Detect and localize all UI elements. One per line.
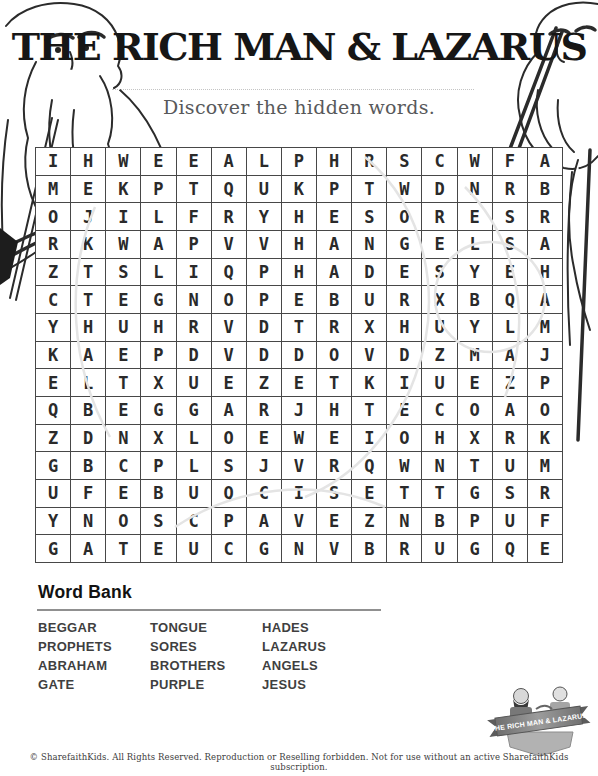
- grid-cell[interactable]: E: [106, 342, 141, 370]
- word-bank-word: LAZARUS: [262, 637, 374, 656]
- grid-cell[interactable]: U: [493, 452, 528, 480]
- word-bank-word: BEGGAR: [38, 618, 150, 637]
- grid-cell[interactable]: J: [528, 342, 563, 370]
- grid-cell[interactable]: K: [282, 176, 317, 204]
- grid-cell[interactable]: D: [71, 425, 106, 453]
- grid-cell[interactable]: H: [141, 314, 176, 342]
- grid-cell[interactable]: F: [177, 203, 212, 231]
- grid-cell[interactable]: S: [212, 452, 247, 480]
- grid-cell[interactable]: V: [212, 342, 247, 370]
- grid-cell[interactable]: P: [317, 176, 352, 204]
- grid-cell[interactable]: U: [422, 369, 457, 397]
- grid-cell[interactable]: F: [493, 148, 528, 176]
- grid-cell[interactable]: O: [212, 425, 247, 453]
- grid-cell[interactable]: S: [106, 259, 141, 287]
- grid-cell[interactable]: X: [352, 314, 387, 342]
- grid-cell[interactable]: X: [458, 425, 493, 453]
- grid-cell[interactable]: B: [71, 397, 106, 425]
- grid-cell[interactable]: W: [387, 176, 422, 204]
- grid-cell[interactable]: C: [247, 480, 282, 508]
- grid-cell[interactable]: T: [71, 259, 106, 287]
- grid-cell[interactable]: I: [352, 425, 387, 453]
- grid-cell[interactable]: C: [177, 508, 212, 536]
- grid-cell[interactable]: G: [458, 480, 493, 508]
- grid-cell[interactable]: O: [36, 203, 71, 231]
- grid-cell[interactable]: J: [282, 397, 317, 425]
- grid-cell[interactable]: G: [387, 231, 422, 259]
- grid-cell[interactable]: V: [212, 231, 247, 259]
- grid-cell[interactable]: R: [36, 231, 71, 259]
- word-bank-word: BROTHERS: [150, 656, 262, 675]
- grid-cell[interactable]: K: [36, 342, 71, 370]
- grid-cell[interactable]: O: [387, 425, 422, 453]
- grid-cell[interactable]: Y: [458, 259, 493, 287]
- grid-cell[interactable]: A: [493, 397, 528, 425]
- grid-cell[interactable]: A: [528, 231, 563, 259]
- grid-cell[interactable]: V: [282, 452, 317, 480]
- grid-cell[interactable]: E: [106, 480, 141, 508]
- grid-cell[interactable]: M: [458, 342, 493, 370]
- grid-cell[interactable]: V: [317, 535, 352, 563]
- grid-cell[interactable]: V: [212, 314, 247, 342]
- grid-cell[interactable]: Z: [493, 369, 528, 397]
- grid-cell[interactable]: E: [106, 397, 141, 425]
- grid-cell[interactable]: R: [493, 425, 528, 453]
- grid-cell[interactable]: Q: [493, 286, 528, 314]
- grid-cell[interactable]: O: [317, 342, 352, 370]
- grid-cell[interactable]: L: [177, 452, 212, 480]
- grid-cell[interactable]: A: [493, 342, 528, 370]
- grid-cell[interactable]: A: [528, 148, 563, 176]
- grid-cell[interactable]: R: [317, 452, 352, 480]
- word-bank-column: TONGUESORESBROTHERSPURPLE: [150, 618, 262, 694]
- grid-cell[interactable]: Q: [212, 480, 247, 508]
- grid-cell[interactable]: G: [141, 286, 176, 314]
- sharefaith-badge: THE RICH MAN & LAZARUS: [486, 683, 593, 758]
- page-title: THE RICH MAN & LAZARUS: [0, 24, 598, 69]
- word-bank-word: PURPLE: [150, 675, 262, 694]
- grid-cell[interactable]: E: [493, 259, 528, 287]
- grid-cell[interactable]: L: [458, 231, 493, 259]
- grid-cell[interactable]: A: [317, 231, 352, 259]
- grid-cell[interactable]: R: [493, 176, 528, 204]
- grid-cell[interactable]: H: [71, 314, 106, 342]
- grid-cell[interactable]: T: [282, 314, 317, 342]
- word-bank-word: SORES: [150, 637, 262, 656]
- grid-cell[interactable]: A: [141, 231, 176, 259]
- grid-cell[interactable]: P: [247, 286, 282, 314]
- grid-cell[interactable]: E: [387, 397, 422, 425]
- grid-cell[interactable]: A: [71, 342, 106, 370]
- grid-cell[interactable]: U: [177, 480, 212, 508]
- grid-cell[interactable]: G: [36, 535, 71, 563]
- grid-cell[interactable]: H: [317, 397, 352, 425]
- grid-cell[interactable]: R: [528, 480, 563, 508]
- grid-cell[interactable]: I: [36, 148, 71, 176]
- grid-cell[interactable]: I: [177, 259, 212, 287]
- grid-cell[interactable]: Z: [352, 508, 387, 536]
- grid-cell[interactable]: E: [71, 176, 106, 204]
- grid-cell[interactable]: A: [71, 535, 106, 563]
- grid-cell[interactable]: C: [422, 148, 457, 176]
- grid-cell[interactable]: Q: [212, 176, 247, 204]
- grid-cell[interactable]: O: [106, 508, 141, 536]
- grid-cell[interactable]: G: [458, 535, 493, 563]
- grid-cell[interactable]: T: [317, 369, 352, 397]
- word-bank-word: GATE: [38, 675, 150, 694]
- grid-cell[interactable]: H: [528, 259, 563, 287]
- grid-cell[interactable]: P: [141, 176, 176, 204]
- grid-cell[interactable]: W: [106, 148, 141, 176]
- grid-cell[interactable]: P: [528, 369, 563, 397]
- grid-cell[interactable]: W: [387, 452, 422, 480]
- grid-cell[interactable]: L: [177, 425, 212, 453]
- grid-cell[interactable]: E: [352, 480, 387, 508]
- grid-cell[interactable]: R: [387, 535, 422, 563]
- word-bank-divider: [37, 609, 381, 611]
- grid-cell[interactable]: O: [387, 203, 422, 231]
- grid-cell[interactable]: H: [282, 203, 317, 231]
- title-divider: [112, 89, 474, 90]
- grid-cell[interactable]: H: [422, 425, 457, 453]
- grid-cell[interactable]: N: [177, 286, 212, 314]
- grid-cell[interactable]: H: [387, 314, 422, 342]
- grid-cell[interactable]: F: [528, 508, 563, 536]
- grid-cell[interactable]: E: [282, 286, 317, 314]
- grid-cell[interactable]: Q: [493, 535, 528, 563]
- grid-cell[interactable]: C: [106, 452, 141, 480]
- grid-cell[interactable]: U: [177, 535, 212, 563]
- grid-cell[interactable]: U: [36, 480, 71, 508]
- grid-cell[interactable]: I: [106, 203, 141, 231]
- grid-cell[interactable]: P: [247, 259, 282, 287]
- grid-cell[interactable]: E: [422, 231, 457, 259]
- word-bank-heading: Word Bank: [38, 582, 132, 603]
- grid-cell[interactable]: U: [422, 535, 457, 563]
- word-bank-column: BEGGARPROPHETSABRAHAMGATE: [38, 618, 150, 694]
- grid-cell[interactable]: N: [106, 425, 141, 453]
- word-bank-word: PROPHETS: [38, 637, 150, 656]
- grid-cell[interactable]: F: [71, 480, 106, 508]
- grid-cell[interactable]: T: [458, 452, 493, 480]
- grid-cell[interactable]: S: [387, 148, 422, 176]
- grid-cell[interactable]: L: [247, 148, 282, 176]
- grid-cell[interactable]: K: [106, 176, 141, 204]
- grid-cell[interactable]: N: [352, 231, 387, 259]
- grid-cell[interactable]: T: [422, 480, 457, 508]
- grid-cell[interactable]: L: [71, 369, 106, 397]
- grid-cell[interactable]: R: [387, 286, 422, 314]
- grid-cell[interactable]: E: [317, 203, 352, 231]
- grid-cell[interactable]: E: [528, 535, 563, 563]
- grid-cell[interactable]: H: [282, 231, 317, 259]
- grid-cell[interactable]: N: [71, 508, 106, 536]
- grid-cell[interactable]: M: [36, 176, 71, 204]
- grid-cell[interactable]: T: [352, 176, 387, 204]
- grid-cell[interactable]: H: [71, 148, 106, 176]
- grid-cell[interactable]: A: [528, 286, 563, 314]
- grid-cell[interactable]: E: [212, 369, 247, 397]
- grid-cell[interactable]: T: [177, 176, 212, 204]
- grid-cell[interactable]: E: [141, 535, 176, 563]
- grid-cell[interactable]: E: [247, 425, 282, 453]
- grid-cell[interactable]: C: [36, 286, 71, 314]
- grid-cell[interactable]: X: [141, 369, 176, 397]
- grid-cell[interactable]: H: [317, 148, 352, 176]
- grid-cell[interactable]: D: [177, 342, 212, 370]
- grid-cell[interactable]: W: [106, 231, 141, 259]
- grid-cell[interactable]: X: [141, 425, 176, 453]
- grid-cell[interactable]: U: [422, 314, 457, 342]
- grid-cell[interactable]: L: [493, 314, 528, 342]
- grid-cell[interactable]: X: [422, 286, 457, 314]
- word-bank-column: HADESLAZARUSANGELSJESUS: [262, 618, 374, 694]
- grid-cell[interactable]: Z: [36, 425, 71, 453]
- word-bank-word: ABRAHAM: [38, 656, 150, 675]
- word-bank-word: JESUS: [262, 675, 374, 694]
- grid-cell[interactable]: R: [247, 397, 282, 425]
- word-bank: BEGGARPROPHETSABRAHAMGATETONGUESORESBROT…: [38, 618, 374, 694]
- grid-cell[interactable]: Y: [36, 508, 71, 536]
- grid-cell[interactable]: E: [317, 508, 352, 536]
- grid-cell[interactable]: B: [352, 535, 387, 563]
- grid-cell[interactable]: N: [458, 176, 493, 204]
- grid-cell[interactable]: K: [71, 231, 106, 259]
- grid-cell[interactable]: C: [212, 535, 247, 563]
- grid-cell[interactable]: Y: [36, 314, 71, 342]
- grid-cell[interactable]: R: [422, 203, 457, 231]
- grid-cell[interactable]: B: [458, 286, 493, 314]
- worksheet-page: THE RICH MAN & LAZARUS Discover the hidd…: [0, 0, 598, 776]
- grid-cell[interactable]: E: [106, 286, 141, 314]
- grid-cell[interactable]: S: [317, 480, 352, 508]
- grid-cell[interactable]: V: [352, 342, 387, 370]
- grid-cell[interactable]: E: [458, 369, 493, 397]
- grid-cell[interactable]: G: [141, 397, 176, 425]
- word-bank-word: HADES: [262, 618, 374, 637]
- grid-cell[interactable]: Q: [212, 259, 247, 287]
- grid-cell[interactable]: U: [106, 314, 141, 342]
- grid-cell[interactable]: B: [422, 508, 457, 536]
- grid-cell[interactable]: T: [71, 286, 106, 314]
- grid-cell[interactable]: L: [141, 203, 176, 231]
- word-grid: IHWEEALPHRSCWFAMEKPTQUKPTWDNRBOJILFRYHES…: [35, 147, 563, 563]
- grid-cell[interactable]: G: [247, 535, 282, 563]
- grid-cell[interactable]: P: [141, 452, 176, 480]
- grid-cell[interactable]: C: [422, 397, 457, 425]
- grid-cell[interactable]: N: [422, 452, 457, 480]
- word-bank-word: ANGELS: [262, 656, 374, 675]
- grid-cell[interactable]: N: [387, 508, 422, 536]
- grid-cell[interactable]: R: [177, 314, 212, 342]
- grid-cell[interactable]: S: [493, 203, 528, 231]
- grid-cell[interactable]: G: [36, 452, 71, 480]
- grid-cell[interactable]: A: [317, 259, 352, 287]
- grid-cell[interactable]: D: [387, 342, 422, 370]
- grid-cell[interactable]: R: [528, 203, 563, 231]
- grid-cell[interactable]: Y: [247, 203, 282, 231]
- grid-cell[interactable]: T: [387, 480, 422, 508]
- grid-cell[interactable]: S: [493, 480, 528, 508]
- grid-cell[interactable]: T: [352, 397, 387, 425]
- grid-cell[interactable]: P: [141, 342, 176, 370]
- grid-cell[interactable]: B: [528, 176, 563, 204]
- grid-cell[interactable]: O: [458, 397, 493, 425]
- grid-cell[interactable]: P: [177, 231, 212, 259]
- grid-cell[interactable]: D: [352, 259, 387, 287]
- grid-cell[interactable]: I: [387, 369, 422, 397]
- grid-cell[interactable]: G: [177, 397, 212, 425]
- grid-cell[interactable]: E: [458, 203, 493, 231]
- grid-cell[interactable]: Z: [422, 342, 457, 370]
- grid-cell[interactable]: T: [106, 369, 141, 397]
- grid-cell[interactable]: M: [528, 452, 563, 480]
- grid-cell[interactable]: I: [282, 480, 317, 508]
- grid-cell[interactable]: E: [36, 369, 71, 397]
- grid-cell[interactable]: N: [282, 535, 317, 563]
- grid-cell[interactable]: U: [177, 369, 212, 397]
- grid-cell[interactable]: M: [528, 314, 563, 342]
- grid-cell[interactable]: A: [247, 508, 282, 536]
- grid-cell[interactable]: E: [141, 148, 176, 176]
- grid-cell[interactable]: A: [212, 397, 247, 425]
- grid-cell[interactable]: D: [247, 314, 282, 342]
- grid-cell[interactable]: E: [317, 425, 352, 453]
- grid-cell[interactable]: O: [212, 286, 247, 314]
- grid-cell[interactable]: B: [141, 480, 176, 508]
- grid-cell[interactable]: A: [212, 148, 247, 176]
- grid-cell[interactable]: D: [282, 342, 317, 370]
- grid-cell[interactable]: U: [493, 508, 528, 536]
- grid-cell[interactable]: L: [141, 259, 176, 287]
- grid-cell[interactable]: W: [282, 425, 317, 453]
- grid-cell[interactable]: R: [317, 314, 352, 342]
- grid-cell[interactable]: V: [282, 508, 317, 536]
- grid-cell[interactable]: U: [247, 176, 282, 204]
- grid-cell[interactable]: J: [71, 203, 106, 231]
- grid-cell[interactable]: S: [141, 508, 176, 536]
- grid-cell[interactable]: E: [177, 148, 212, 176]
- grid-cell[interactable]: K: [352, 369, 387, 397]
- copyright-footer: © SharefaithKids. All Rights Reserved. R…: [0, 752, 598, 772]
- grid-cell[interactable]: W: [458, 148, 493, 176]
- grid-cell[interactable]: D: [247, 342, 282, 370]
- grid-cell[interactable]: P: [282, 148, 317, 176]
- word-bank-word: TONGUE: [150, 618, 262, 637]
- grid-cell[interactable]: E: [282, 369, 317, 397]
- grid-cell[interactable]: U: [352, 286, 387, 314]
- grid-cell[interactable]: R: [212, 203, 247, 231]
- grid-cell[interactable]: Z: [36, 259, 71, 287]
- grid-cell[interactable]: K: [528, 425, 563, 453]
- grid-cell[interactable]: J: [247, 452, 282, 480]
- grid-cell[interactable]: S: [422, 259, 457, 287]
- grid-cell[interactable]: V: [247, 231, 282, 259]
- grid-cell[interactable]: T: [106, 535, 141, 563]
- grid-cell[interactable]: O: [528, 397, 563, 425]
- grid-cell[interactable]: Z: [247, 369, 282, 397]
- grid-cell[interactable]: P: [212, 508, 247, 536]
- grid-cell[interactable]: S: [352, 203, 387, 231]
- grid-cell[interactable]: D: [422, 176, 457, 204]
- grid-cell[interactable]: B: [317, 286, 352, 314]
- grid-cell[interactable]: S: [493, 231, 528, 259]
- subtitle: Discover the hidden words.: [0, 96, 598, 118]
- grid-cell[interactable]: B: [71, 452, 106, 480]
- grid-cell[interactable]: Y: [458, 314, 493, 342]
- grid-cell[interactable]: Q: [36, 397, 71, 425]
- grid-cell[interactable]: P: [458, 508, 493, 536]
- grid-cell[interactable]: E: [387, 259, 422, 287]
- grid-cell[interactable]: R: [352, 148, 387, 176]
- grid-cell[interactable]: Q: [352, 452, 387, 480]
- grid-cell[interactable]: H: [282, 259, 317, 287]
